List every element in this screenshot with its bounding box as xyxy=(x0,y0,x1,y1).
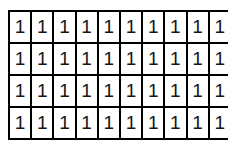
cell-value: 1 xyxy=(214,49,225,68)
grid-cell[interactable]: 1 xyxy=(188,76,208,106)
grid-cell[interactable]: 1 xyxy=(54,44,74,74)
grid-cell[interactable]: 1 xyxy=(143,12,163,42)
cell-value: 1 xyxy=(192,113,203,132)
cell-value: 1 xyxy=(148,49,159,68)
cell-value: 1 xyxy=(170,113,181,132)
cell-value: 1 xyxy=(148,113,159,132)
cell-value: 1 xyxy=(15,113,26,132)
grid-cell[interactable]: 1 xyxy=(165,76,185,106)
cell-value: 1 xyxy=(192,81,203,100)
cell-value: 1 xyxy=(192,17,203,36)
grid-cell[interactable]: 1 xyxy=(99,76,119,106)
grid-cell[interactable]: 1 xyxy=(77,76,97,106)
cell-value: 1 xyxy=(15,49,26,68)
cell-value: 1 xyxy=(37,113,48,132)
cell-value: 1 xyxy=(148,17,159,36)
grid-cell[interactable]: 1 xyxy=(143,76,163,106)
cell-value: 1 xyxy=(37,81,48,100)
cell-value: 1 xyxy=(214,81,225,100)
grid-cell[interactable]: 1 xyxy=(143,108,163,138)
cell-value: 1 xyxy=(214,113,225,132)
grid-cell[interactable]: 1 xyxy=(32,12,52,42)
grid-cell[interactable]: 1 xyxy=(188,108,208,138)
cell-value: 1 xyxy=(59,17,70,36)
cell-value: 1 xyxy=(104,49,115,68)
cell-value: 1 xyxy=(126,17,137,36)
grid-cell[interactable]: 1 xyxy=(10,12,30,42)
grid-cell[interactable]: 1 xyxy=(143,44,163,74)
grid-cell[interactable]: 1 xyxy=(121,44,141,74)
grid-cell[interactable]: 1 xyxy=(99,44,119,74)
cell-value: 1 xyxy=(192,49,203,68)
cell-value: 1 xyxy=(104,81,115,100)
grid-cell[interactable]: 1 xyxy=(121,76,141,106)
cell-value: 1 xyxy=(104,17,115,36)
grid-cell[interactable]: 1 xyxy=(32,108,52,138)
grid-cell[interactable]: 1 xyxy=(77,44,97,74)
grid-cell[interactable]: 1 xyxy=(10,44,30,74)
cell-value: 1 xyxy=(59,49,70,68)
grid-cell[interactable]: 1 xyxy=(54,12,74,42)
cell-value: 1 xyxy=(148,81,159,100)
grid-cell[interactable]: 1 xyxy=(210,76,228,106)
cell-value: 1 xyxy=(59,81,70,100)
cell-value: 1 xyxy=(81,17,92,36)
grid-cell[interactable]: 1 xyxy=(165,108,185,138)
cell-value: 1 xyxy=(104,113,115,132)
grid-cell[interactable]: 1 xyxy=(77,108,97,138)
cell-value: 1 xyxy=(214,17,225,36)
grid-cell[interactable]: 1 xyxy=(210,44,228,74)
grid-cell[interactable]: 1 xyxy=(121,108,141,138)
grid-cell[interactable]: 1 xyxy=(165,12,185,42)
grid-cell[interactable]: 1 xyxy=(99,108,119,138)
grid-cell[interactable]: 1 xyxy=(54,108,74,138)
cell-value: 1 xyxy=(126,49,137,68)
cell-value: 1 xyxy=(37,49,48,68)
grid-cell[interactable]: 1 xyxy=(32,76,52,106)
cell-value: 1 xyxy=(170,81,181,100)
grid-cell[interactable]: 1 xyxy=(10,76,30,106)
grid-cell[interactable]: 1 xyxy=(188,12,208,42)
cell-value: 1 xyxy=(15,17,26,36)
cell-value: 1 xyxy=(126,81,137,100)
cell-value: 1 xyxy=(81,113,92,132)
cell-value: 1 xyxy=(170,17,181,36)
cell-value: 1 xyxy=(59,113,70,132)
cell-value: 1 xyxy=(126,113,137,132)
grid-cell[interactable]: 1 xyxy=(165,44,185,74)
grid-cell[interactable]: 1 xyxy=(32,44,52,74)
grid-cell[interactable]: 1 xyxy=(54,76,74,106)
cell-value: 1 xyxy=(81,81,92,100)
grid-cell[interactable]: 1 xyxy=(210,108,228,138)
grid-cell[interactable]: 1 xyxy=(121,12,141,42)
grid-cell[interactable]: 1 xyxy=(77,12,97,42)
cell-value: 1 xyxy=(170,49,181,68)
puzzle-grid: 1111111111111111111111111111111111111111 xyxy=(8,10,228,140)
page: { "game": "number-grid-puzzle", "title":… xyxy=(0,0,228,161)
grid-cell[interactable]: 1 xyxy=(188,44,208,74)
grid-cell[interactable]: 1 xyxy=(210,12,228,42)
grid-cell[interactable]: 1 xyxy=(99,12,119,42)
cell-value: 1 xyxy=(81,49,92,68)
cell-value: 1 xyxy=(37,17,48,36)
grid-cell[interactable]: 1 xyxy=(10,108,30,138)
cell-value: 1 xyxy=(15,81,26,100)
